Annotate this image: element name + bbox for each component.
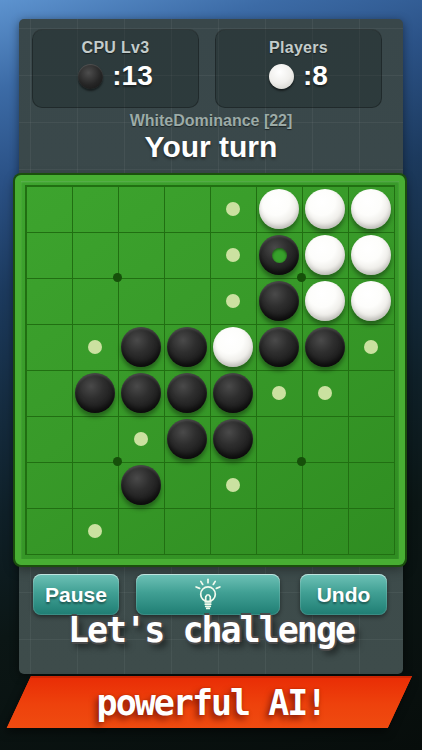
board-cell[interactable] (348, 508, 394, 554)
board-cell[interactable] (256, 370, 302, 416)
game-mode-label: WhiteDominance [22] (0, 112, 422, 130)
white-disc (305, 281, 345, 321)
board-cell[interactable] (210, 278, 256, 324)
board-cell[interactable] (118, 508, 164, 554)
board-cell[interactable] (164, 186, 210, 232)
black-disc (167, 373, 207, 413)
white-disc (305, 189, 345, 229)
undo-button[interactable]: Undo (300, 574, 387, 615)
hint-dot (226, 248, 240, 262)
board-cell[interactable] (164, 508, 210, 554)
black-disc-icon (78, 64, 103, 89)
board-cell[interactable] (210, 324, 256, 370)
board-cell[interactable] (72, 508, 118, 554)
board-cell[interactable] (302, 324, 348, 370)
board-cell[interactable] (348, 370, 394, 416)
board-star-point (113, 457, 122, 466)
board-cell[interactable] (118, 370, 164, 416)
board-cell[interactable] (348, 232, 394, 278)
board-cell[interactable] (72, 232, 118, 278)
board-cell[interactable] (210, 186, 256, 232)
board-cell[interactable] (26, 462, 72, 508)
board-cell[interactable] (164, 370, 210, 416)
white-disc (351, 281, 391, 321)
board-cell[interactable] (118, 186, 164, 232)
board-cell[interactable] (210, 232, 256, 278)
board-cell[interactable] (302, 508, 348, 554)
board-cell[interactable] (26, 370, 72, 416)
hint-dot (226, 294, 240, 308)
board-cell[interactable] (348, 324, 394, 370)
board-cell[interactable] (348, 416, 394, 462)
black-disc (213, 419, 253, 459)
black-disc (121, 327, 161, 367)
board-cell[interactable] (72, 416, 118, 462)
players-label: Players (269, 39, 328, 57)
board-cell[interactable] (210, 462, 256, 508)
board-cell[interactable] (302, 186, 348, 232)
white-disc (213, 327, 253, 367)
players-score-card: Players :8 (215, 29, 382, 108)
board-cell[interactable] (302, 416, 348, 462)
board-cell[interactable] (118, 232, 164, 278)
board-star-point (297, 273, 306, 282)
board-cell[interactable] (26, 416, 72, 462)
white-disc-icon (269, 64, 294, 89)
board-cell[interactable] (256, 508, 302, 554)
black-disc (75, 373, 115, 413)
black-disc (167, 419, 207, 459)
black-disc (167, 327, 207, 367)
hint-dot (364, 340, 378, 354)
board-cell[interactable] (26, 324, 72, 370)
board-cell[interactable] (26, 186, 72, 232)
hint-dot (134, 432, 148, 446)
board-cell[interactable] (210, 416, 256, 462)
board-cell[interactable] (26, 232, 72, 278)
board-cell[interactable] (210, 370, 256, 416)
cpu-label: CPU Lv3 (82, 39, 150, 57)
hint-dot (318, 386, 332, 400)
hint-dot (88, 524, 102, 538)
board-cell[interactable] (118, 416, 164, 462)
board-cell[interactable] (72, 324, 118, 370)
black-disc (121, 373, 161, 413)
hint-dot (226, 478, 240, 492)
black-disc (121, 465, 161, 505)
board-cell[interactable] (302, 462, 348, 508)
black-disc (213, 373, 253, 413)
board-cell[interactable] (72, 186, 118, 232)
board-cell[interactable] (26, 508, 72, 554)
board-cell[interactable] (210, 508, 256, 554)
board-cell[interactable] (256, 186, 302, 232)
promo-text-line1: Let's challenge (0, 610, 422, 650)
hint-dot (226, 202, 240, 216)
hint-button[interactable] (136, 574, 280, 615)
board-cell[interactable] (302, 232, 348, 278)
board-cell[interactable] (72, 370, 118, 416)
pause-button-label: Pause (45, 583, 107, 607)
board-cell[interactable] (302, 278, 348, 324)
white-disc (351, 235, 391, 275)
board-cell[interactable] (164, 324, 210, 370)
white-disc (305, 235, 345, 275)
board-cell[interactable] (164, 462, 210, 508)
board-cell[interactable] (302, 370, 348, 416)
hint-dot (88, 340, 102, 354)
board-cell[interactable] (26, 278, 72, 324)
undo-button-label: Undo (317, 583, 371, 607)
board-cell[interactable] (164, 232, 210, 278)
black-disc (305, 327, 345, 367)
board-cell[interactable] (118, 462, 164, 508)
board-cell[interactable] (256, 462, 302, 508)
board-cell[interactable] (164, 278, 210, 324)
board-cell[interactable] (348, 462, 394, 508)
board-cell[interactable] (348, 278, 394, 324)
black-disc (259, 281, 299, 321)
players-score: :8 (303, 60, 328, 92)
board-cell[interactable] (72, 462, 118, 508)
last-move-marker (272, 248, 287, 263)
turn-indicator: Your turn (0, 130, 422, 164)
black-disc (259, 327, 299, 367)
board-cell[interactable] (72, 278, 118, 324)
board-star-point (113, 273, 122, 282)
board-grid (25, 185, 395, 555)
board-star-point (297, 457, 306, 466)
promo-text-line2: powerful AI! (0, 683, 422, 723)
othello-board (15, 175, 405, 565)
cpu-score-card: CPU Lv3 :13 (32, 29, 199, 108)
promo-banner[interactable]: powerful AI! (0, 676, 422, 728)
lightbulb-icon (192, 578, 224, 612)
board-cell[interactable] (256, 232, 302, 278)
white-disc (259, 189, 299, 229)
black-disc-last-move (259, 235, 299, 275)
white-disc (351, 189, 391, 229)
board-cell[interactable] (348, 186, 394, 232)
board-cell[interactable] (256, 416, 302, 462)
board-cell[interactable] (256, 278, 302, 324)
board-cell[interactable] (256, 324, 302, 370)
game-screen: CPU Lv3 :13 Players :8 WhiteDominance [2… (0, 0, 422, 750)
pause-button[interactable]: Pause (33, 574, 119, 615)
board-cell[interactable] (118, 324, 164, 370)
cpu-score: :13 (112, 60, 152, 92)
board-cell[interactable] (164, 416, 210, 462)
hint-dot (272, 386, 286, 400)
board-cell[interactable] (118, 278, 164, 324)
